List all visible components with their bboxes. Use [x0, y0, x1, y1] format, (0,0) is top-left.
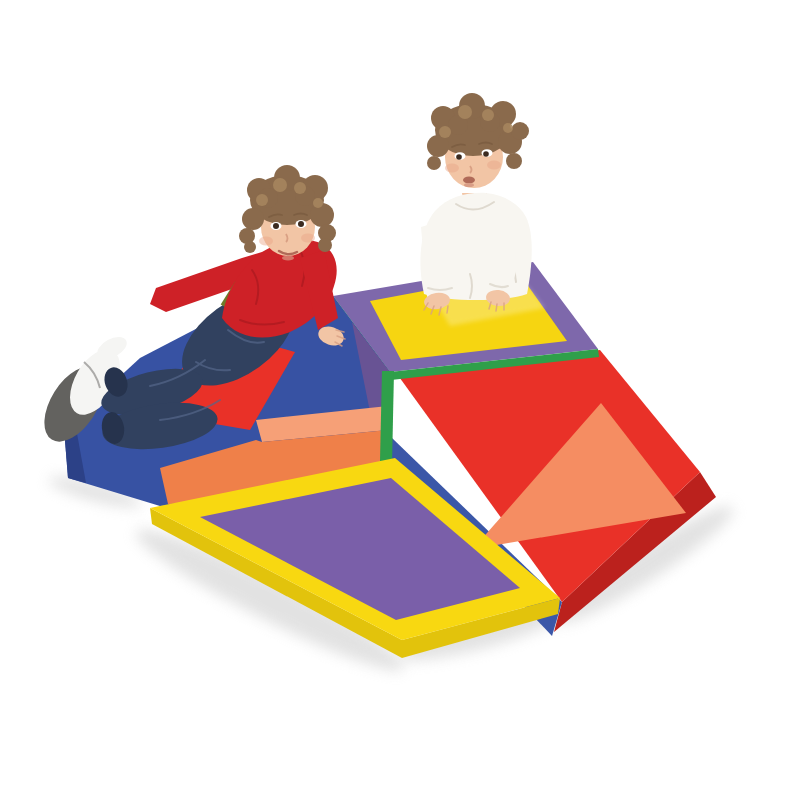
- right-toddler-lower-lip: [464, 183, 474, 187]
- right-toddler-mouth: [463, 177, 475, 184]
- left-toddler-lower-lip: [282, 256, 294, 261]
- trim-corner-strip: [380, 371, 394, 466]
- right-toddler-head: [427, 93, 529, 188]
- foam-climber-illustration: [0, 0, 800, 800]
- product-photo: [0, 0, 800, 800]
- right-pupil-r: [483, 151, 489, 157]
- right-pupil-l: [456, 154, 462, 160]
- left-pupil-r: [298, 221, 304, 227]
- right-toddler: [420, 93, 531, 315]
- left-toddler-head: [239, 165, 336, 261]
- left-pupil-l: [273, 223, 279, 229]
